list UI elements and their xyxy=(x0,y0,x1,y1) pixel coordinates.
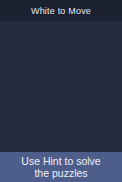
turn-indicator-bar: White to Move xyxy=(0,0,122,21)
turn-indicator-text: White to Move xyxy=(31,6,91,16)
app-screen: White to Move Use Hint to solve the puzz… xyxy=(0,0,122,182)
board-frame xyxy=(0,21,122,152)
hint-banner-line2: the puzzles xyxy=(34,167,87,179)
hint-banner-line1: Use Hint to solve xyxy=(21,155,100,167)
hint-banner[interactable]: Use Hint to solve the puzzles xyxy=(0,152,122,182)
chess-board xyxy=(3,22,120,149)
